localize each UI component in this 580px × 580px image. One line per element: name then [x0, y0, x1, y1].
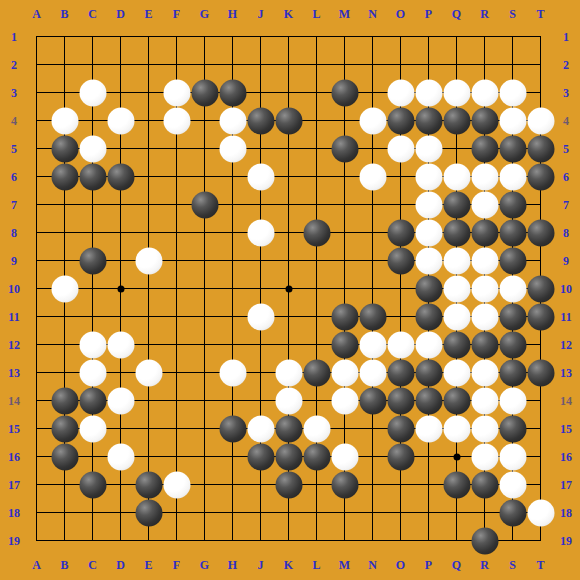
cell-N12[interactable] — [359, 331, 387, 359]
cell-J13[interactable] — [247, 359, 275, 387]
cell-F16[interactable] — [163, 443, 191, 471]
cell-K19[interactable] — [275, 527, 303, 555]
cell-R16[interactable] — [471, 443, 499, 471]
cell-A17[interactable] — [23, 471, 51, 499]
cell-L9[interactable] — [303, 247, 331, 275]
cell-R13[interactable] — [471, 359, 499, 387]
cell-H13[interactable] — [219, 359, 247, 387]
cell-A3[interactable] — [23, 79, 51, 107]
cell-T18[interactable] — [527, 499, 555, 527]
cell-C19[interactable] — [79, 527, 107, 555]
cell-K2[interactable] — [275, 51, 303, 79]
cell-A2[interactable] — [23, 51, 51, 79]
cell-G5[interactable] — [191, 135, 219, 163]
cell-E17[interactable] — [135, 471, 163, 499]
cell-Q1[interactable] — [443, 23, 471, 51]
cell-T19[interactable] — [527, 527, 555, 555]
cell-L12[interactable] — [303, 331, 331, 359]
cell-Q18[interactable] — [443, 499, 471, 527]
cell-A9[interactable] — [23, 247, 51, 275]
cell-F5[interactable] — [163, 135, 191, 163]
cell-K15[interactable] — [275, 415, 303, 443]
cell-R12[interactable] — [471, 331, 499, 359]
cell-F8[interactable] — [163, 219, 191, 247]
cell-J5[interactable] — [247, 135, 275, 163]
cell-S13[interactable] — [499, 359, 527, 387]
cell-C4[interactable] — [79, 107, 107, 135]
cell-P12[interactable] — [415, 331, 443, 359]
cell-R2[interactable] — [471, 51, 499, 79]
cell-N3[interactable] — [359, 79, 387, 107]
cell-J10[interactable] — [247, 275, 275, 303]
cell-R9[interactable] — [471, 247, 499, 275]
cell-L15[interactable] — [303, 415, 331, 443]
cell-F9[interactable] — [163, 247, 191, 275]
cell-L17[interactable] — [303, 471, 331, 499]
cell-F7[interactable] — [163, 191, 191, 219]
cell-C5[interactable] — [79, 135, 107, 163]
cell-S17[interactable] — [499, 471, 527, 499]
cell-S3[interactable] — [499, 79, 527, 107]
cell-S9[interactable] — [499, 247, 527, 275]
cell-P5[interactable] — [415, 135, 443, 163]
cell-J15[interactable] — [247, 415, 275, 443]
cell-T9[interactable] — [527, 247, 555, 275]
cell-M9[interactable] — [331, 247, 359, 275]
cell-D7[interactable] — [107, 191, 135, 219]
cell-C13[interactable] — [79, 359, 107, 387]
cell-M11[interactable] — [331, 303, 359, 331]
cell-R17[interactable] — [471, 471, 499, 499]
cell-C11[interactable] — [79, 303, 107, 331]
cell-S16[interactable] — [499, 443, 527, 471]
cell-G8[interactable] — [191, 219, 219, 247]
cell-F18[interactable] — [163, 499, 191, 527]
cell-E16[interactable] — [135, 443, 163, 471]
cell-E4[interactable] — [135, 107, 163, 135]
cell-R3[interactable] — [471, 79, 499, 107]
cell-G18[interactable] — [191, 499, 219, 527]
cell-B12[interactable] — [51, 331, 79, 359]
cell-G6[interactable] — [191, 163, 219, 191]
cell-H7[interactable] — [219, 191, 247, 219]
cell-A5[interactable] — [23, 135, 51, 163]
cell-O16[interactable] — [387, 443, 415, 471]
cell-L10[interactable] — [303, 275, 331, 303]
cell-Q5[interactable] — [443, 135, 471, 163]
cell-N13[interactable] — [359, 359, 387, 387]
cell-C17[interactable] — [79, 471, 107, 499]
cell-A13[interactable] — [23, 359, 51, 387]
cell-O17[interactable] — [387, 471, 415, 499]
cell-T15[interactable] — [527, 415, 555, 443]
cell-S15[interactable] — [499, 415, 527, 443]
cell-D17[interactable] — [107, 471, 135, 499]
cell-G13[interactable] — [191, 359, 219, 387]
cell-C8[interactable] — [79, 219, 107, 247]
cell-P1[interactable] — [415, 23, 443, 51]
cell-G10[interactable] — [191, 275, 219, 303]
cell-F6[interactable] — [163, 163, 191, 191]
cell-B2[interactable] — [51, 51, 79, 79]
cell-K8[interactable] — [275, 219, 303, 247]
cell-M10[interactable] — [331, 275, 359, 303]
cell-G12[interactable] — [191, 331, 219, 359]
cell-R6[interactable] — [471, 163, 499, 191]
cell-O18[interactable] — [387, 499, 415, 527]
cell-M2[interactable] — [331, 51, 359, 79]
cell-O14[interactable] — [387, 387, 415, 415]
cell-T11[interactable] — [527, 303, 555, 331]
cell-P8[interactable] — [415, 219, 443, 247]
cell-H2[interactable] — [219, 51, 247, 79]
cell-K16[interactable] — [275, 443, 303, 471]
cell-T4[interactable] — [527, 107, 555, 135]
cell-G15[interactable] — [191, 415, 219, 443]
cell-N18[interactable] — [359, 499, 387, 527]
cell-D1[interactable] — [107, 23, 135, 51]
cell-Q10[interactable] — [443, 275, 471, 303]
cell-R14[interactable] — [471, 387, 499, 415]
cell-J6[interactable] — [247, 163, 275, 191]
cell-D19[interactable] — [107, 527, 135, 555]
cell-B7[interactable] — [51, 191, 79, 219]
cell-L3[interactable] — [303, 79, 331, 107]
cell-A16[interactable] — [23, 443, 51, 471]
cell-N8[interactable] — [359, 219, 387, 247]
cell-N4[interactable] — [359, 107, 387, 135]
cell-O10[interactable] — [387, 275, 415, 303]
cell-T2[interactable] — [527, 51, 555, 79]
cell-C2[interactable] — [79, 51, 107, 79]
cell-R11[interactable] — [471, 303, 499, 331]
cell-P14[interactable] — [415, 387, 443, 415]
cell-D13[interactable] — [107, 359, 135, 387]
cell-F14[interactable] — [163, 387, 191, 415]
cell-P10[interactable] — [415, 275, 443, 303]
cell-J1[interactable] — [247, 23, 275, 51]
cell-C3[interactable] — [79, 79, 107, 107]
cell-A7[interactable] — [23, 191, 51, 219]
cell-R1[interactable] — [471, 23, 499, 51]
cell-M19[interactable] — [331, 527, 359, 555]
cell-Q16[interactable] — [443, 443, 471, 471]
cell-N9[interactable] — [359, 247, 387, 275]
cell-B19[interactable] — [51, 527, 79, 555]
cell-D5[interactable] — [107, 135, 135, 163]
cell-L16[interactable] — [303, 443, 331, 471]
cell-M3[interactable] — [331, 79, 359, 107]
cell-D4[interactable] — [107, 107, 135, 135]
cell-G1[interactable] — [191, 23, 219, 51]
cell-G11[interactable] — [191, 303, 219, 331]
cell-Q7[interactable] — [443, 191, 471, 219]
cell-O11[interactable] — [387, 303, 415, 331]
cell-H14[interactable] — [219, 387, 247, 415]
cell-H19[interactable] — [219, 527, 247, 555]
cell-O4[interactable] — [387, 107, 415, 135]
cell-H3[interactable] — [219, 79, 247, 107]
cell-F19[interactable] — [163, 527, 191, 555]
cell-F4[interactable] — [163, 107, 191, 135]
cell-O2[interactable] — [387, 51, 415, 79]
cell-H10[interactable] — [219, 275, 247, 303]
cell-P6[interactable] — [415, 163, 443, 191]
cell-P15[interactable] — [415, 415, 443, 443]
cell-A15[interactable] — [23, 415, 51, 443]
cell-F2[interactable] — [163, 51, 191, 79]
cell-G16[interactable] — [191, 443, 219, 471]
cell-E18[interactable] — [135, 499, 163, 527]
cell-B18[interactable] — [51, 499, 79, 527]
cell-S1[interactable] — [499, 23, 527, 51]
cell-K18[interactable] — [275, 499, 303, 527]
cell-J17[interactable] — [247, 471, 275, 499]
cell-R19[interactable] — [471, 527, 499, 555]
cell-J11[interactable] — [247, 303, 275, 331]
cell-R7[interactable] — [471, 191, 499, 219]
cell-C12[interactable] — [79, 331, 107, 359]
cell-Q17[interactable] — [443, 471, 471, 499]
cell-P2[interactable] — [415, 51, 443, 79]
cell-A10[interactable] — [23, 275, 51, 303]
cell-T16[interactable] — [527, 443, 555, 471]
cell-E1[interactable] — [135, 23, 163, 51]
cell-Q11[interactable] — [443, 303, 471, 331]
cell-E7[interactable] — [135, 191, 163, 219]
cell-O8[interactable] — [387, 219, 415, 247]
cell-Q9[interactable] — [443, 247, 471, 275]
cell-D3[interactable] — [107, 79, 135, 107]
cell-B16[interactable] — [51, 443, 79, 471]
cell-L7[interactable] — [303, 191, 331, 219]
cell-N16[interactable] — [359, 443, 387, 471]
cell-B4[interactable] — [51, 107, 79, 135]
cell-G9[interactable] — [191, 247, 219, 275]
cell-K5[interactable] — [275, 135, 303, 163]
cell-H12[interactable] — [219, 331, 247, 359]
cell-N5[interactable] — [359, 135, 387, 163]
cell-Q4[interactable] — [443, 107, 471, 135]
cell-J4[interactable] — [247, 107, 275, 135]
cell-J7[interactable] — [247, 191, 275, 219]
cell-K14[interactable] — [275, 387, 303, 415]
cell-L6[interactable] — [303, 163, 331, 191]
cell-S5[interactable] — [499, 135, 527, 163]
cell-E12[interactable] — [135, 331, 163, 359]
cell-K7[interactable] — [275, 191, 303, 219]
cell-D15[interactable] — [107, 415, 135, 443]
cell-E3[interactable] — [135, 79, 163, 107]
cell-J18[interactable] — [247, 499, 275, 527]
cell-O7[interactable] — [387, 191, 415, 219]
cell-K17[interactable] — [275, 471, 303, 499]
cell-B14[interactable] — [51, 387, 79, 415]
cell-O15[interactable] — [387, 415, 415, 443]
cell-B5[interactable] — [51, 135, 79, 163]
cell-K6[interactable] — [275, 163, 303, 191]
cell-Q2[interactable] — [443, 51, 471, 79]
cell-D16[interactable] — [107, 443, 135, 471]
cell-D18[interactable] — [107, 499, 135, 527]
cell-T12[interactable] — [527, 331, 555, 359]
cell-E11[interactable] — [135, 303, 163, 331]
cell-B8[interactable] — [51, 219, 79, 247]
cell-N14[interactable] — [359, 387, 387, 415]
cell-K12[interactable] — [275, 331, 303, 359]
cell-R10[interactable] — [471, 275, 499, 303]
cell-Q15[interactable] — [443, 415, 471, 443]
cell-F13[interactable] — [163, 359, 191, 387]
cell-N15[interactable] — [359, 415, 387, 443]
cell-T6[interactable] — [527, 163, 555, 191]
cell-D6[interactable] — [107, 163, 135, 191]
cell-P17[interactable] — [415, 471, 443, 499]
cell-K10[interactable] — [275, 275, 303, 303]
cell-M7[interactable] — [331, 191, 359, 219]
cell-M12[interactable] — [331, 331, 359, 359]
cell-C14[interactable] — [79, 387, 107, 415]
cell-C9[interactable] — [79, 247, 107, 275]
cell-M15[interactable] — [331, 415, 359, 443]
cell-B6[interactable] — [51, 163, 79, 191]
cell-K11[interactable] — [275, 303, 303, 331]
cell-L2[interactable] — [303, 51, 331, 79]
cell-Q8[interactable] — [443, 219, 471, 247]
cell-J9[interactable] — [247, 247, 275, 275]
cell-F10[interactable] — [163, 275, 191, 303]
cell-B1[interactable] — [51, 23, 79, 51]
cell-J12[interactable] — [247, 331, 275, 359]
cell-N1[interactable] — [359, 23, 387, 51]
cell-H15[interactable] — [219, 415, 247, 443]
cell-L8[interactable] — [303, 219, 331, 247]
cell-N17[interactable] — [359, 471, 387, 499]
cell-O6[interactable] — [387, 163, 415, 191]
cell-M1[interactable] — [331, 23, 359, 51]
cell-S19[interactable] — [499, 527, 527, 555]
cell-D9[interactable] — [107, 247, 135, 275]
cell-B10[interactable] — [51, 275, 79, 303]
cell-C10[interactable] — [79, 275, 107, 303]
cell-E6[interactable] — [135, 163, 163, 191]
cell-E8[interactable] — [135, 219, 163, 247]
cell-F12[interactable] — [163, 331, 191, 359]
cell-F15[interactable] — [163, 415, 191, 443]
cell-S11[interactable] — [499, 303, 527, 331]
cell-H4[interactable] — [219, 107, 247, 135]
cell-S10[interactable] — [499, 275, 527, 303]
cell-R8[interactable] — [471, 219, 499, 247]
cell-A6[interactable] — [23, 163, 51, 191]
cell-M17[interactable] — [331, 471, 359, 499]
cell-C16[interactable] — [79, 443, 107, 471]
cell-B17[interactable] — [51, 471, 79, 499]
cell-G17[interactable] — [191, 471, 219, 499]
cell-T7[interactable] — [527, 191, 555, 219]
cell-Q14[interactable] — [443, 387, 471, 415]
cell-L11[interactable] — [303, 303, 331, 331]
cell-B3[interactable] — [51, 79, 79, 107]
cell-A19[interactable] — [23, 527, 51, 555]
cell-A1[interactable] — [23, 23, 51, 51]
cell-G3[interactable] — [191, 79, 219, 107]
cell-S4[interactable] — [499, 107, 527, 135]
cell-N2[interactable] — [359, 51, 387, 79]
cell-H1[interactable] — [219, 23, 247, 51]
cell-H9[interactable] — [219, 247, 247, 275]
cell-D11[interactable] — [107, 303, 135, 331]
cell-L1[interactable] — [303, 23, 331, 51]
cell-H17[interactable] — [219, 471, 247, 499]
cell-T17[interactable] — [527, 471, 555, 499]
cell-A4[interactable] — [23, 107, 51, 135]
cell-S6[interactable] — [499, 163, 527, 191]
cell-R4[interactable] — [471, 107, 499, 135]
cell-G19[interactable] — [191, 527, 219, 555]
cell-A18[interactable] — [23, 499, 51, 527]
cell-E10[interactable] — [135, 275, 163, 303]
cell-T5[interactable] — [527, 135, 555, 163]
cell-M4[interactable] — [331, 107, 359, 135]
cell-D2[interactable] — [107, 51, 135, 79]
cell-M18[interactable] — [331, 499, 359, 527]
cell-F3[interactable] — [163, 79, 191, 107]
cell-F1[interactable] — [163, 23, 191, 51]
cell-M8[interactable] — [331, 219, 359, 247]
cell-Q13[interactable] — [443, 359, 471, 387]
cell-S2[interactable] — [499, 51, 527, 79]
cell-P19[interactable] — [415, 527, 443, 555]
cell-F11[interactable] — [163, 303, 191, 331]
cell-Q19[interactable] — [443, 527, 471, 555]
cell-J3[interactable] — [247, 79, 275, 107]
cell-D12[interactable] — [107, 331, 135, 359]
cell-Q3[interactable] — [443, 79, 471, 107]
cell-B15[interactable] — [51, 415, 79, 443]
cell-T14[interactable] — [527, 387, 555, 415]
cell-S12[interactable] — [499, 331, 527, 359]
cell-G14[interactable] — [191, 387, 219, 415]
cell-T10[interactable] — [527, 275, 555, 303]
cell-Q12[interactable] — [443, 331, 471, 359]
cell-E15[interactable] — [135, 415, 163, 443]
cell-J16[interactable] — [247, 443, 275, 471]
cell-P18[interactable] — [415, 499, 443, 527]
cell-E5[interactable] — [135, 135, 163, 163]
cell-T13[interactable] — [527, 359, 555, 387]
cell-D10[interactable] — [107, 275, 135, 303]
cell-G7[interactable] — [191, 191, 219, 219]
cell-A14[interactable] — [23, 387, 51, 415]
cell-N7[interactable] — [359, 191, 387, 219]
cell-O3[interactable] — [387, 79, 415, 107]
cell-G2[interactable] — [191, 51, 219, 79]
cell-J8[interactable] — [247, 219, 275, 247]
cell-E2[interactable] — [135, 51, 163, 79]
cell-L18[interactable] — [303, 499, 331, 527]
cell-N11[interactable] — [359, 303, 387, 331]
cell-M13[interactable] — [331, 359, 359, 387]
cell-M14[interactable] — [331, 387, 359, 415]
cell-J14[interactable] — [247, 387, 275, 415]
cell-H16[interactable] — [219, 443, 247, 471]
cell-L5[interactable] — [303, 135, 331, 163]
cell-S8[interactable] — [499, 219, 527, 247]
cell-A12[interactable] — [23, 331, 51, 359]
cell-O13[interactable] — [387, 359, 415, 387]
cell-T3[interactable] — [527, 79, 555, 107]
